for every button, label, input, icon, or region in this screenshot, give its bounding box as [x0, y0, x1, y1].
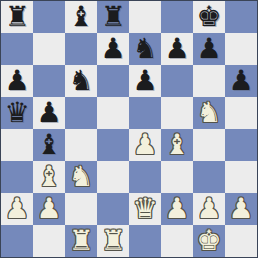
square-c6[interactable]: ♞ [65, 65, 97, 97]
piece-white-king[interactable]: ♚ [196, 225, 221, 257]
piece-black-knight[interactable]: ♞ [132, 33, 157, 65]
piece-black-bishop[interactable]: ♝ [68, 1, 93, 33]
piece-black-pawn[interactable]: ♟ [132, 65, 157, 97]
piece-white-pawn[interactable]: ♟ [4, 193, 29, 225]
square-a2[interactable]: ♟ [1, 193, 33, 225]
piece-black-king[interactable]: ♚ [196, 1, 221, 33]
square-e7[interactable]: ♞ [129, 33, 161, 65]
square-a5[interactable]: ♛ [1, 97, 33, 129]
square-g8[interactable]: ♚ [193, 1, 225, 33]
square-e6[interactable]: ♟ [129, 65, 161, 97]
square-f1[interactable] [161, 225, 193, 257]
square-d7[interactable]: ♟ [97, 33, 129, 65]
piece-black-pawn[interactable]: ♟ [196, 33, 221, 65]
square-h8[interactable] [225, 1, 257, 33]
piece-white-pawn[interactable]: ♟ [36, 193, 61, 225]
square-b1[interactable] [33, 225, 65, 257]
square-c8[interactable]: ♝ [65, 1, 97, 33]
square-h5[interactable] [225, 97, 257, 129]
square-h1[interactable] [225, 225, 257, 257]
piece-black-pawn[interactable]: ♟ [100, 33, 125, 65]
piece-black-queen[interactable]: ♛ [4, 97, 29, 129]
square-h6[interactable]: ♟ [225, 65, 257, 97]
square-f6[interactable] [161, 65, 193, 97]
square-c4[interactable] [65, 129, 97, 161]
square-d1[interactable]: ♜ [97, 225, 129, 257]
chess-board: ♜♝♜♚♟♞♟♟♟♞♟♟♛♟♞♝♟♝♝♞♟♟♛♟♟♟♜♜♚ [0, 0, 258, 258]
square-f4[interactable]: ♝ [161, 129, 193, 161]
square-f5[interactable] [161, 97, 193, 129]
square-d2[interactable] [97, 193, 129, 225]
square-d4[interactable] [97, 129, 129, 161]
square-a6[interactable]: ♟ [1, 65, 33, 97]
square-d5[interactable] [97, 97, 129, 129]
square-a1[interactable] [1, 225, 33, 257]
square-h2[interactable]: ♟ [225, 193, 257, 225]
square-b8[interactable] [33, 1, 65, 33]
square-b6[interactable] [33, 65, 65, 97]
piece-white-rook[interactable]: ♜ [68, 225, 93, 257]
square-d3[interactable] [97, 161, 129, 193]
piece-white-queen[interactable]: ♛ [132, 193, 157, 225]
square-e5[interactable] [129, 97, 161, 129]
piece-black-pawn[interactable]: ♟ [4, 65, 29, 97]
piece-white-pawn[interactable]: ♟ [164, 193, 189, 225]
square-a7[interactable] [1, 33, 33, 65]
square-e8[interactable] [129, 1, 161, 33]
square-c5[interactable] [65, 97, 97, 129]
square-c1[interactable]: ♜ [65, 225, 97, 257]
piece-black-pawn[interactable]: ♟ [164, 33, 189, 65]
square-b4[interactable]: ♝ [33, 129, 65, 161]
square-h3[interactable] [225, 161, 257, 193]
square-d6[interactable] [97, 65, 129, 97]
square-f3[interactable] [161, 161, 193, 193]
square-b7[interactable] [33, 33, 65, 65]
piece-black-knight[interactable]: ♞ [68, 65, 93, 97]
square-f2[interactable]: ♟ [161, 193, 193, 225]
square-g6[interactable] [193, 65, 225, 97]
piece-white-knight[interactable]: ♞ [68, 161, 93, 193]
piece-black-rook[interactable]: ♜ [100, 1, 125, 33]
square-e1[interactable] [129, 225, 161, 257]
piece-white-rook[interactable]: ♜ [100, 225, 125, 257]
square-b2[interactable]: ♟ [33, 193, 65, 225]
square-a3[interactable] [1, 161, 33, 193]
square-a8[interactable]: ♜ [1, 1, 33, 33]
square-b3[interactable]: ♝ [33, 161, 65, 193]
square-e2[interactable]: ♛ [129, 193, 161, 225]
piece-white-pawn[interactable]: ♟ [196, 193, 221, 225]
square-f7[interactable]: ♟ [161, 33, 193, 65]
square-c3[interactable]: ♞ [65, 161, 97, 193]
square-f8[interactable] [161, 1, 193, 33]
piece-white-pawn[interactable]: ♟ [228, 193, 253, 225]
square-c7[interactable] [65, 33, 97, 65]
square-a4[interactable] [1, 129, 33, 161]
square-g7[interactable]: ♟ [193, 33, 225, 65]
piece-black-rook[interactable]: ♜ [4, 1, 29, 33]
square-g4[interactable] [193, 129, 225, 161]
piece-white-pawn[interactable]: ♟ [132, 129, 157, 161]
piece-black-pawn[interactable]: ♟ [36, 97, 61, 129]
square-g2[interactable]: ♟ [193, 193, 225, 225]
square-g5[interactable]: ♞ [193, 97, 225, 129]
piece-black-bishop[interactable]: ♝ [36, 129, 61, 161]
square-d8[interactable]: ♜ [97, 1, 129, 33]
square-g1[interactable]: ♚ [193, 225, 225, 257]
square-e4[interactable]: ♟ [129, 129, 161, 161]
piece-black-pawn[interactable]: ♟ [228, 65, 253, 97]
piece-white-bishop[interactable]: ♝ [36, 161, 61, 193]
square-h7[interactable] [225, 33, 257, 65]
square-b5[interactable]: ♟ [33, 97, 65, 129]
square-c2[interactable] [65, 193, 97, 225]
piece-white-bishop[interactable]: ♝ [164, 129, 189, 161]
square-g3[interactable] [193, 161, 225, 193]
square-e3[interactable] [129, 161, 161, 193]
square-h4[interactable] [225, 129, 257, 161]
piece-white-knight[interactable]: ♞ [196, 97, 221, 129]
